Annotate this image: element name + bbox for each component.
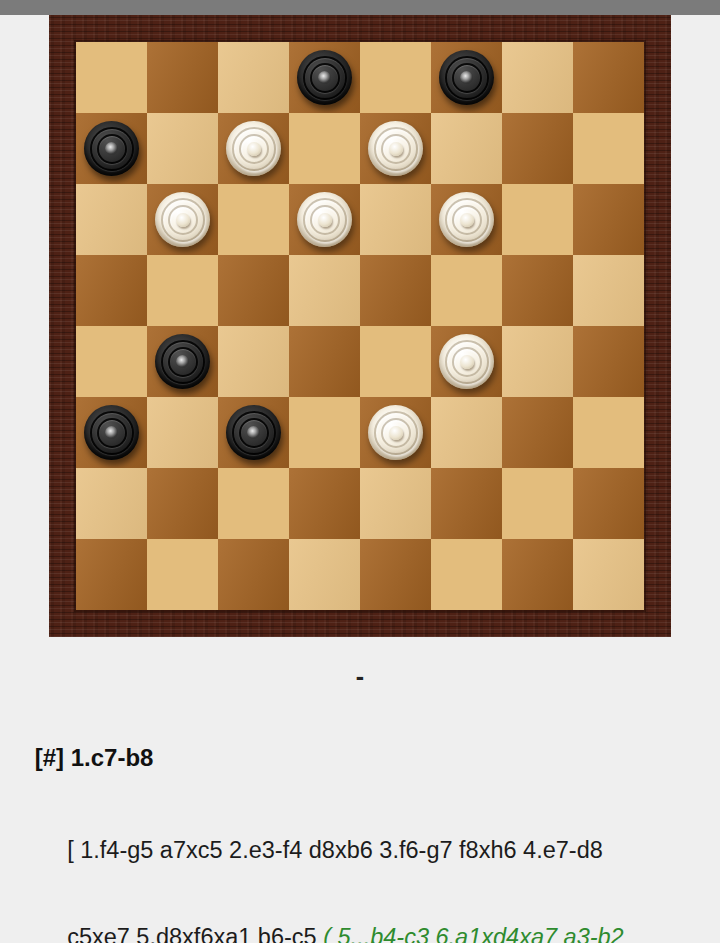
square-f5[interactable] (431, 255, 502, 326)
square-b8[interactable] (147, 42, 218, 113)
piece-ring (97, 134, 127, 164)
piece-ring (374, 127, 418, 171)
piece-ring (445, 340, 489, 384)
piece-ring (303, 198, 347, 242)
square-c8[interactable] (218, 42, 289, 113)
top-gray-bar (0, 0, 720, 15)
square-e5[interactable] (360, 255, 431, 326)
square-e8[interactable] (360, 42, 431, 113)
piece-ring (232, 411, 276, 455)
square-h6[interactable] (573, 184, 644, 255)
bracket-line-text[interactable]: [ 1.f4-g5 a7xc5 2.e3-f4 d8xb6 3.f6-g7 f8… (67, 837, 603, 863)
square-h5[interactable] (573, 255, 644, 326)
square-g5[interactable] (502, 255, 573, 326)
piece-center (176, 213, 190, 227)
square-f1[interactable] (431, 539, 502, 610)
square-f7[interactable] (431, 113, 502, 184)
piece-center (105, 142, 118, 155)
piece-center (318, 71, 331, 84)
white-piece-e3[interactable] (368, 405, 423, 460)
white-piece-b6[interactable] (155, 192, 210, 247)
square-a7[interactable] (76, 113, 147, 184)
square-h3[interactable] (573, 397, 644, 468)
piece-ring (452, 63, 482, 93)
square-e3[interactable] (360, 397, 431, 468)
piece-ring (445, 198, 489, 242)
square-b2[interactable] (147, 468, 218, 539)
piece-ring (232, 127, 276, 171)
square-c5[interactable] (218, 255, 289, 326)
variation-line-1: [ 1.f4-g5 a7xc5 2.e3-f4 d8xb6 3.f6-g7 f8… (41, 807, 716, 894)
square-g8[interactable] (502, 42, 573, 113)
piece-center (460, 213, 474, 227)
square-d5[interactable] (289, 255, 360, 326)
piece-ring (239, 134, 269, 164)
piece-ring (161, 198, 205, 242)
square-g3[interactable] (502, 397, 573, 468)
piece-center (460, 71, 473, 84)
square-c6[interactable] (218, 184, 289, 255)
square-g6[interactable] (502, 184, 573, 255)
square-d4[interactable] (289, 326, 360, 397)
piece-ring (168, 205, 198, 235)
square-f8[interactable] (431, 42, 502, 113)
piece-ring (90, 127, 134, 171)
square-b6[interactable] (147, 184, 218, 255)
square-g4[interactable] (502, 326, 573, 397)
square-b4[interactable] (147, 326, 218, 397)
square-c3[interactable] (218, 397, 289, 468)
square-d7[interactable] (289, 113, 360, 184)
piece-ring (310, 63, 340, 93)
square-e6[interactable] (360, 184, 431, 255)
white-piece-f6[interactable] (439, 192, 494, 247)
square-h4[interactable] (573, 326, 644, 397)
white-piece-f4[interactable] (439, 334, 494, 389)
piece-ring (310, 205, 340, 235)
piece-center (389, 142, 403, 156)
square-h7[interactable] (573, 113, 644, 184)
black-piece-c3[interactable] (226, 405, 281, 460)
square-a4[interactable] (76, 326, 147, 397)
square-d1[interactable] (289, 539, 360, 610)
square-g2[interactable] (502, 468, 573, 539)
square-f6[interactable] (431, 184, 502, 255)
square-b1[interactable] (147, 539, 218, 610)
square-f2[interactable] (431, 468, 502, 539)
piece-ring (445, 56, 489, 100)
main-move-text[interactable]: [#] 1.c7-b8 (35, 744, 154, 771)
square-h1[interactable] (573, 539, 644, 610)
square-c4[interactable] (218, 326, 289, 397)
square-b7[interactable] (147, 113, 218, 184)
square-e7[interactable] (360, 113, 431, 184)
sub-variation-text[interactable]: ( 5...b4-c3 6.a1xd4xa7 a3-b2 (323, 924, 623, 943)
square-h8[interactable] (573, 42, 644, 113)
piece-ring (303, 56, 347, 100)
white-piece-c7[interactable] (226, 121, 281, 176)
main-move-line: [#] 1.c7-b8 (8, 713, 716, 803)
square-c2[interactable] (218, 468, 289, 539)
square-d2[interactable] (289, 468, 360, 539)
square-c1[interactable] (218, 539, 289, 610)
square-h2[interactable] (573, 468, 644, 539)
square-b5[interactable] (147, 255, 218, 326)
black-piece-a7[interactable] (84, 121, 139, 176)
piece-center (247, 142, 261, 156)
square-b3[interactable] (147, 397, 218, 468)
square-g7[interactable] (502, 113, 573, 184)
piece-ring (452, 347, 482, 377)
piece-center (318, 213, 332, 227)
piece-center (176, 355, 189, 368)
piece-ring (90, 411, 134, 455)
square-e1[interactable] (360, 539, 431, 610)
piece-ring (452, 205, 482, 235)
black-piece-a3[interactable] (84, 405, 139, 460)
square-d3[interactable] (289, 397, 360, 468)
black-piece-d8[interactable] (297, 50, 352, 105)
piece-center (105, 426, 118, 439)
piece-ring (168, 347, 198, 377)
bracket-line-text[interactable]: c5xe7 5.d8xf6xa1 b6-c5 (67, 924, 323, 943)
notation-panel: [#] 1.c7-b8 [ 1.f4-g5 a7xc5 2.e3-f4 d8xb… (8, 713, 716, 943)
square-d6[interactable] (289, 184, 360, 255)
piece-ring (381, 418, 411, 448)
piece-center (460, 355, 474, 369)
piece-ring (161, 340, 205, 384)
white-piece-e7[interactable] (368, 121, 423, 176)
square-a2[interactable] (76, 468, 147, 539)
square-f4[interactable] (431, 326, 502, 397)
square-a5[interactable] (76, 255, 147, 326)
piece-ring (374, 411, 418, 455)
players-separator: - (49, 662, 671, 691)
square-e4[interactable] (360, 326, 431, 397)
square-f3[interactable] (431, 397, 502, 468)
square-g1[interactable] (502, 539, 573, 610)
white-piece-d6[interactable] (297, 192, 352, 247)
piece-ring (97, 418, 127, 448)
square-d8[interactable] (289, 42, 360, 113)
square-a6[interactable] (76, 184, 147, 255)
piece-ring (239, 418, 269, 448)
square-a1[interactable] (76, 539, 147, 610)
checkers-board (76, 42, 644, 610)
piece-ring (381, 134, 411, 164)
square-a3[interactable] (76, 397, 147, 468)
piece-center (247, 426, 260, 439)
square-c7[interactable] (218, 113, 289, 184)
variation-line-2: c5xe7 5.d8xf6xa1 b6-c5 ( 5...b4-c3 6.a1x… (41, 894, 716, 943)
square-a8[interactable] (76, 42, 147, 113)
square-e2[interactable] (360, 468, 431, 539)
piece-center (389, 426, 403, 440)
black-piece-f8[interactable] (439, 50, 494, 105)
black-piece-b4[interactable] (155, 334, 210, 389)
checkers-board-frame (49, 15, 671, 637)
